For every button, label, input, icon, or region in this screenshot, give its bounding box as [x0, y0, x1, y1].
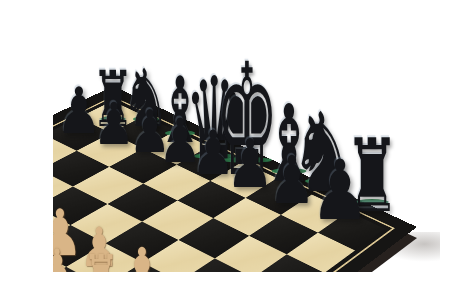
black-pawn-glyph: ♟	[310, 149, 370, 232]
white-rook: ♜	[71, 247, 130, 272]
black-pawn-h7: ♟	[303, 149, 377, 232]
white-rook-glyph: ♜	[83, 247, 120, 272]
white-pawn-glyph: ♟	[53, 244, 72, 272]
photo-crop: ♜♞♝♛♚♝♞♜♟♟♟♟♟♟♟♟♟♟♟♜♟	[53, 0, 440, 272]
